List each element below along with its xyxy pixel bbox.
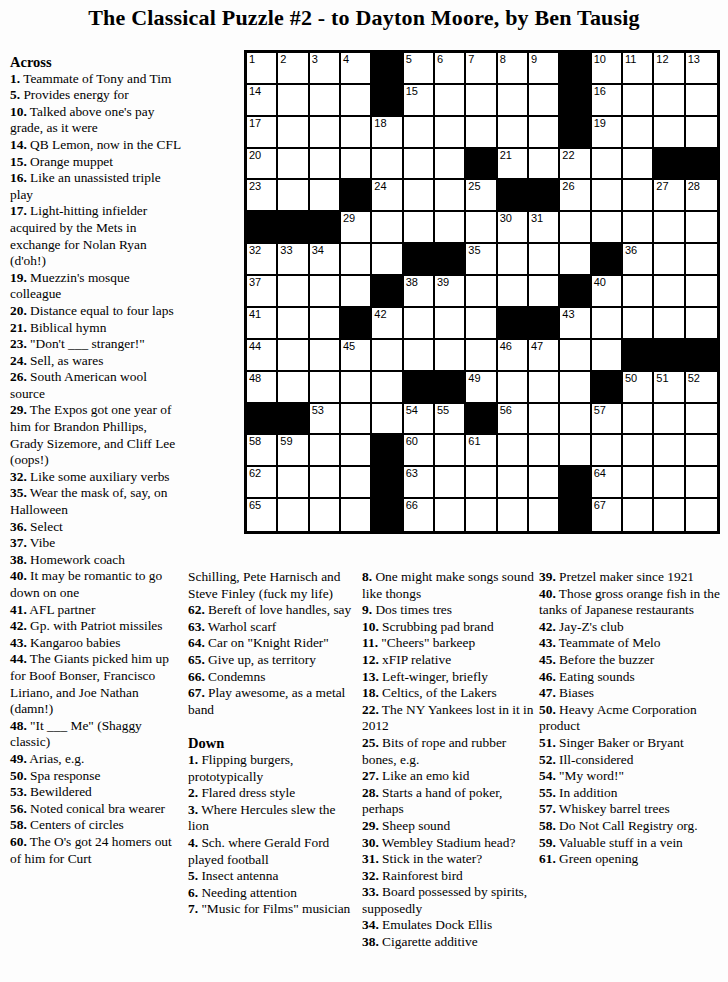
clue: 31. Stick in the water? xyxy=(362,851,534,868)
grid-cell[interactable]: 61 xyxy=(466,435,497,467)
grid-cell[interactable] xyxy=(372,372,403,404)
grid-cell[interactable] xyxy=(654,404,685,436)
clue-number: 43. xyxy=(539,635,556,650)
grid-cell[interactable] xyxy=(341,372,372,404)
grid-cell[interactable] xyxy=(592,212,623,244)
grid-cell[interactable] xyxy=(404,117,435,149)
clue: 29. Sheep sound xyxy=(362,818,534,835)
grid-cell[interactable] xyxy=(623,212,654,244)
grid-cell[interactable]: 17 xyxy=(247,117,278,149)
grid-cell[interactable]: 32 xyxy=(247,244,278,276)
grid-cell[interactable] xyxy=(341,435,372,467)
grid-cell[interactable]: 33 xyxy=(278,244,309,276)
clue-number: 59. xyxy=(539,835,556,850)
clue: 60. The O's got 24 homers out of him for… xyxy=(10,834,182,867)
grid-cell[interactable] xyxy=(529,435,560,467)
grid-cell[interactable] xyxy=(560,404,591,436)
grid-cell[interactable] xyxy=(686,212,717,244)
grid-cell[interactable]: 42 xyxy=(372,308,403,340)
clue-number: 20. xyxy=(10,303,27,318)
grid-cell[interactable]: 21 xyxy=(498,149,529,181)
cell-number: 14 xyxy=(249,85,261,98)
grid-cell[interactable] xyxy=(435,149,466,181)
grid-cell[interactable] xyxy=(592,340,623,372)
grid-cell[interactable]: 60 xyxy=(404,435,435,467)
grid-cell[interactable] xyxy=(592,149,623,181)
grid-cell[interactable] xyxy=(623,149,654,181)
cell-number: 45 xyxy=(343,340,355,353)
grid-cell[interactable] xyxy=(686,404,717,436)
clue: 50. Heavy Acme Corporation product xyxy=(539,702,727,735)
cell-number: 3 xyxy=(312,53,318,66)
across-clues-header: Across xyxy=(10,54,182,71)
clue-number: 41. xyxy=(10,602,27,617)
grid-cell[interactable] xyxy=(654,85,685,117)
grid-cell[interactable] xyxy=(498,276,529,308)
grid-cell[interactable] xyxy=(466,276,497,308)
grid-cell[interactable]: 57 xyxy=(592,404,623,436)
clue: 26. South American wool source xyxy=(10,369,182,402)
clue: 44. The Giants picked him up for Boof Bo… xyxy=(10,651,182,717)
clue-number: 37. xyxy=(10,535,27,550)
grid-cell[interactable]: 5 xyxy=(404,53,435,85)
grid-cell[interactable]: 43 xyxy=(560,308,591,340)
grid-cell[interactable]: 6 xyxy=(435,53,466,85)
grid-cell[interactable] xyxy=(686,85,717,117)
grid-cell[interactable]: 8 xyxy=(498,53,529,85)
grid-cell[interactable] xyxy=(341,276,372,308)
black-square xyxy=(654,340,685,372)
grid-cell[interactable]: 64 xyxy=(592,467,623,499)
grid-cell[interactable] xyxy=(654,467,685,499)
grid-cell[interactable] xyxy=(623,308,654,340)
grid-cell[interactable]: 22 xyxy=(560,149,591,181)
grid-cell[interactable]: 47 xyxy=(529,340,560,372)
grid-cell[interactable]: 24 xyxy=(372,180,403,212)
grid-cell[interactable] xyxy=(623,499,654,531)
grid-cell[interactable] xyxy=(560,212,591,244)
clue: 2. Flared dress style xyxy=(188,785,358,802)
grid-cell[interactable] xyxy=(466,212,497,244)
cell-number: 62 xyxy=(249,467,261,480)
grid-cell[interactable]: 65 xyxy=(247,499,278,531)
clue-number: 45. xyxy=(539,652,556,667)
grid-cell[interactable] xyxy=(498,499,529,531)
grid-cell[interactable] xyxy=(278,149,309,181)
grid-cell[interactable]: 34 xyxy=(310,244,341,276)
cell-number: 38 xyxy=(406,276,418,289)
clue: 38. Homework coach xyxy=(10,552,182,569)
clue: 5. Provides energy for xyxy=(10,87,182,104)
grid-cell[interactable]: 16 xyxy=(592,85,623,117)
grid-cell[interactable]: 15 xyxy=(404,85,435,117)
black-square xyxy=(372,435,403,467)
grid-cell[interactable] xyxy=(435,467,466,499)
cell-number: 28 xyxy=(688,180,700,193)
grid-cell[interactable] xyxy=(654,212,685,244)
cell-number: 63 xyxy=(406,467,418,480)
grid-cell[interactable] xyxy=(278,180,309,212)
grid-cell[interactable] xyxy=(498,117,529,149)
grid-cell[interactable]: 55 xyxy=(435,404,466,436)
cell-number: 23 xyxy=(249,180,261,193)
grid-cell[interactable] xyxy=(310,499,341,531)
grid-cell[interactable]: 62 xyxy=(247,467,278,499)
grid-cell[interactable] xyxy=(404,308,435,340)
grid-cell[interactable] xyxy=(372,244,403,276)
grid-cell[interactable] xyxy=(372,212,403,244)
grid-cell[interactable]: 56 xyxy=(498,404,529,436)
grid-cell[interactable]: 38 xyxy=(404,276,435,308)
grid-cell[interactable] xyxy=(310,372,341,404)
grid-cell[interactable]: 44 xyxy=(247,340,278,372)
grid-cell[interactable]: 9 xyxy=(529,53,560,85)
grid-cell[interactable] xyxy=(372,340,403,372)
grid-cell[interactable] xyxy=(529,244,560,276)
grid-cell[interactable]: 1 xyxy=(247,53,278,85)
clue: 1. Flipping burgers, prototypically xyxy=(188,752,358,785)
black-square xyxy=(592,372,623,404)
clue: 51. Singer Baker or Bryant xyxy=(539,735,727,752)
grid-cell[interactable] xyxy=(623,435,654,467)
clue-number: 34. xyxy=(362,917,379,932)
grid-cell[interactable] xyxy=(592,308,623,340)
cell-number: 9 xyxy=(531,53,537,66)
grid-cell[interactable]: 49 xyxy=(466,372,497,404)
clue: 41. AFL partner xyxy=(10,602,182,619)
grid-cell[interactable]: 53 xyxy=(310,404,341,436)
grid-cell[interactable] xyxy=(435,308,466,340)
clue-number: 17. xyxy=(10,203,27,218)
clue-number: 58. xyxy=(10,817,27,832)
grid-cell[interactable] xyxy=(341,499,372,531)
grid-cell[interactable]: 54 xyxy=(404,404,435,436)
grid-cell[interactable] xyxy=(278,467,309,499)
cell-number: 42 xyxy=(374,308,386,321)
clue: 10. Talked above one's pay grade, as it … xyxy=(10,104,182,137)
grid-cell[interactable]: 25 xyxy=(466,180,497,212)
cell-number: 51 xyxy=(656,372,668,385)
grid-cell[interactable] xyxy=(278,117,309,149)
clue: 40. It may be romantic to go down on one xyxy=(10,568,182,601)
grid-cell[interactable] xyxy=(404,149,435,181)
grid-cell[interactable]: 39 xyxy=(435,276,466,308)
grid-cell[interactable] xyxy=(278,340,309,372)
grid-cell[interactable] xyxy=(560,340,591,372)
grid-cell[interactable]: 37 xyxy=(247,276,278,308)
cell-number: 12 xyxy=(656,53,668,66)
grid-cell[interactable]: 2 xyxy=(278,53,309,85)
grid-cell[interactable] xyxy=(623,276,654,308)
grid-cell[interactable]: 27 xyxy=(654,180,685,212)
cell-number: 11 xyxy=(625,53,636,66)
clue: 56. Noted conical bra wearer xyxy=(10,801,182,818)
grid-cell[interactable] xyxy=(310,180,341,212)
grid-cell[interactable]: 35 xyxy=(466,244,497,276)
grid-cell[interactable]: 7 xyxy=(466,53,497,85)
grid-cell[interactable]: 40 xyxy=(592,276,623,308)
black-square xyxy=(529,308,560,340)
black-square xyxy=(372,499,403,531)
grid-cell[interactable]: 52 xyxy=(686,372,717,404)
cell-number: 60 xyxy=(406,435,418,448)
grid-cell[interactable]: 29 xyxy=(341,212,372,244)
grid-cell[interactable]: 45 xyxy=(341,340,372,372)
cell-number: 50 xyxy=(625,372,637,385)
grid-cell[interactable] xyxy=(686,244,717,276)
clue: 20. Distance equal to four laps xyxy=(10,303,182,320)
grid-cell[interactable]: 48 xyxy=(247,372,278,404)
clue-number: 2. xyxy=(188,785,198,800)
cell-number: 65 xyxy=(249,499,261,512)
grid-cell[interactable] xyxy=(623,85,654,117)
clue-number: 53. xyxy=(10,784,27,799)
clue: 1. Teammate of Tony and Tim xyxy=(10,71,182,88)
grid-cell[interactable]: 59 xyxy=(278,435,309,467)
black-square xyxy=(686,340,717,372)
grid-cell[interactable] xyxy=(310,467,341,499)
grid-cell[interactable] xyxy=(498,435,529,467)
clue-number: 36. xyxy=(10,519,27,534)
grid-cell[interactable] xyxy=(686,117,717,149)
clue-number: 13. xyxy=(362,669,379,684)
grid-cell[interactable] xyxy=(278,499,309,531)
grid-cell[interactable]: 10 xyxy=(592,53,623,85)
grid-cell[interactable] xyxy=(404,212,435,244)
black-square xyxy=(529,180,560,212)
grid-cell[interactable] xyxy=(278,85,309,117)
grid-cell[interactable] xyxy=(498,467,529,499)
grid-cell[interactable] xyxy=(435,117,466,149)
black-square xyxy=(592,244,623,276)
grid-cell[interactable]: 36 xyxy=(623,244,654,276)
grid-cell[interactable] xyxy=(310,85,341,117)
grid-cell[interactable] xyxy=(529,117,560,149)
grid-cell[interactable]: 63 xyxy=(404,467,435,499)
black-square xyxy=(623,340,654,372)
clue-number: 10. xyxy=(362,619,379,634)
clue-column-across: Across1. Teammate of Tony and Tim5. Prov… xyxy=(10,54,182,867)
black-square xyxy=(466,404,497,436)
clue: 6. Needing attention xyxy=(188,885,358,902)
grid-cell[interactable] xyxy=(341,244,372,276)
clue: 38. Cigarette additive xyxy=(362,934,534,951)
cell-number: 48 xyxy=(249,372,261,385)
clue: 42. Gp. with Patriot missiles xyxy=(10,618,182,635)
grid-cell[interactable]: 31 xyxy=(529,212,560,244)
grid-cell[interactable] xyxy=(310,276,341,308)
grid-cell[interactable]: 51 xyxy=(654,372,685,404)
grid-cell[interactable] xyxy=(404,340,435,372)
cell-number: 47 xyxy=(531,340,543,353)
grid-cell[interactable] xyxy=(404,180,435,212)
clue-number: 67. xyxy=(188,685,205,700)
grid-cell[interactable] xyxy=(654,499,685,531)
grid-cell[interactable] xyxy=(498,85,529,117)
clue-number: 43. xyxy=(10,635,27,650)
grid-cell[interactable]: 58 xyxy=(247,435,278,467)
grid-cell[interactable]: 12 xyxy=(654,53,685,85)
grid-cell[interactable] xyxy=(466,117,497,149)
grid-cell[interactable]: 4 xyxy=(341,53,372,85)
grid-cell[interactable] xyxy=(529,85,560,117)
grid-cell[interactable] xyxy=(686,435,717,467)
clue-number: 9. xyxy=(362,602,372,617)
cell-number: 52 xyxy=(688,372,700,385)
grid-cell[interactable] xyxy=(310,340,341,372)
clue: 36. Select xyxy=(10,519,182,536)
grid-cell[interactable] xyxy=(466,499,497,531)
grid-cell[interactable]: 13 xyxy=(686,53,717,85)
grid-cell[interactable] xyxy=(466,85,497,117)
grid-cell[interactable] xyxy=(372,404,403,436)
grid-cell[interactable]: 26 xyxy=(560,180,591,212)
grid-cell[interactable] xyxy=(341,149,372,181)
clue-number: 46. xyxy=(539,669,556,684)
grid-cell[interactable] xyxy=(529,499,560,531)
grid-cell[interactable] xyxy=(341,85,372,117)
clue: 7. "Music for Films" musician xyxy=(188,901,358,918)
grid-cell[interactable] xyxy=(278,276,309,308)
grid-cell[interactable] xyxy=(466,308,497,340)
grid-cell[interactable] xyxy=(466,467,497,499)
grid-cell[interactable]: 50 xyxy=(623,372,654,404)
clue: 5. Insect antenna xyxy=(188,868,358,885)
grid-cell[interactable]: 18 xyxy=(372,117,403,149)
clue: 49. Arias, e.g. xyxy=(10,751,182,768)
black-square xyxy=(560,117,591,149)
cell-number: 34 xyxy=(312,244,324,257)
grid-cell[interactable] xyxy=(341,117,372,149)
grid-cell[interactable] xyxy=(623,467,654,499)
grid-cell[interactable] xyxy=(372,149,403,181)
grid-cell[interactable] xyxy=(529,467,560,499)
grid-cell[interactable]: 41 xyxy=(247,308,278,340)
clue-number: 25. xyxy=(362,735,379,750)
cell-number: 46 xyxy=(500,340,512,353)
grid-cell[interactable] xyxy=(310,117,341,149)
grid-cell[interactable]: 23 xyxy=(247,180,278,212)
grid-cell[interactable] xyxy=(498,244,529,276)
grid-cell[interactable] xyxy=(278,372,309,404)
clue-column-down-3: 39. Pretzel maker since 192140. Those gr… xyxy=(539,569,727,868)
clue: 48. "It ___ Me" (Shaggy classic) xyxy=(10,718,182,751)
grid-cell[interactable] xyxy=(435,180,466,212)
grid-cell[interactable] xyxy=(560,435,591,467)
grid-cell[interactable] xyxy=(623,180,654,212)
grid-cell[interactable]: 11 xyxy=(623,53,654,85)
cell-number: 54 xyxy=(406,404,418,417)
black-square xyxy=(404,372,435,404)
clue-number: 4. xyxy=(188,835,198,850)
grid-cell[interactable] xyxy=(529,149,560,181)
grid-cell[interactable] xyxy=(560,372,591,404)
grid-cell[interactable] xyxy=(310,308,341,340)
clue: 40. Those gross orange fish in the tanks… xyxy=(539,586,727,619)
grid-cell[interactable] xyxy=(278,308,309,340)
grid-cell[interactable] xyxy=(341,404,372,436)
grid-cell[interactable] xyxy=(435,435,466,467)
clue: 34. Emulates Dock Ellis xyxy=(362,917,534,934)
grid-cell[interactable] xyxy=(654,117,685,149)
grid-cell[interactable] xyxy=(435,340,466,372)
grid-cell[interactable] xyxy=(529,372,560,404)
grid-cell[interactable] xyxy=(498,372,529,404)
clue: 23. "Don't ___ stranger!" xyxy=(10,336,182,353)
clue-number: 11. xyxy=(362,635,378,650)
black-square xyxy=(372,85,403,117)
cell-number: 2 xyxy=(280,53,286,66)
grid-cell[interactable] xyxy=(654,308,685,340)
clue-number: 26. xyxy=(10,369,27,384)
grid-cell[interactable]: 19 xyxy=(592,117,623,149)
grid-cell[interactable] xyxy=(310,149,341,181)
grid-cell[interactable] xyxy=(686,308,717,340)
grid-cell[interactable] xyxy=(592,435,623,467)
cell-number: 36 xyxy=(625,244,637,257)
black-square xyxy=(278,212,309,244)
grid-cell[interactable] xyxy=(466,340,497,372)
clue: 57. Whiskey barrel trees xyxy=(539,801,727,818)
grid-cell[interactable] xyxy=(654,276,685,308)
black-square xyxy=(498,308,529,340)
grid-cell[interactable] xyxy=(560,244,591,276)
grid-cell[interactable]: 3 xyxy=(310,53,341,85)
grid-cell[interactable]: 67 xyxy=(592,499,623,531)
clue-number: 28. xyxy=(362,785,379,800)
cell-number: 22 xyxy=(562,149,574,162)
grid-cell[interactable]: 20 xyxy=(247,149,278,181)
grid-cell[interactable] xyxy=(686,276,717,308)
grid-cell[interactable] xyxy=(592,180,623,212)
clue: 28. Starts a hand of poker, perhaps xyxy=(362,785,534,818)
grid-cell[interactable] xyxy=(654,244,685,276)
grid-cell[interactable] xyxy=(435,499,466,531)
grid-cell[interactable]: 30 xyxy=(498,212,529,244)
grid-cell[interactable] xyxy=(686,499,717,531)
grid-cell[interactable] xyxy=(435,85,466,117)
clue-number: 42. xyxy=(539,619,556,634)
grid-cell[interactable]: 28 xyxy=(686,180,717,212)
grid-cell[interactable]: 66 xyxy=(404,499,435,531)
clue: 13. Left-winger, briefly xyxy=(362,669,534,686)
cell-number: 7 xyxy=(468,53,474,66)
grid-cell[interactable] xyxy=(529,404,560,436)
cell-number: 35 xyxy=(468,244,480,257)
clue-number: 52. xyxy=(539,752,556,767)
cell-number: 56 xyxy=(500,404,512,417)
grid-cell[interactable] xyxy=(435,212,466,244)
grid-cell[interactable] xyxy=(341,467,372,499)
grid-cell[interactable]: 46 xyxy=(498,340,529,372)
clue: 14. QB Lemon, now in the CFL xyxy=(10,137,182,154)
grid-cell[interactable] xyxy=(686,467,717,499)
grid-cell[interactable]: 14 xyxy=(247,85,278,117)
clue-continuation: Schilling, Pete Harnisch and Steve Finle… xyxy=(188,569,358,602)
black-square xyxy=(498,180,529,212)
grid-cell[interactable] xyxy=(529,276,560,308)
grid-cell[interactable] xyxy=(310,435,341,467)
cell-number: 59 xyxy=(280,435,292,448)
grid-cell[interactable] xyxy=(623,404,654,436)
cell-number: 41 xyxy=(249,308,261,321)
grid-cell[interactable] xyxy=(654,435,685,467)
grid-cell[interactable] xyxy=(623,117,654,149)
clue-number: 29. xyxy=(362,818,379,833)
black-square xyxy=(560,276,591,308)
cell-number: 57 xyxy=(594,404,606,417)
cell-number: 16 xyxy=(594,85,606,98)
